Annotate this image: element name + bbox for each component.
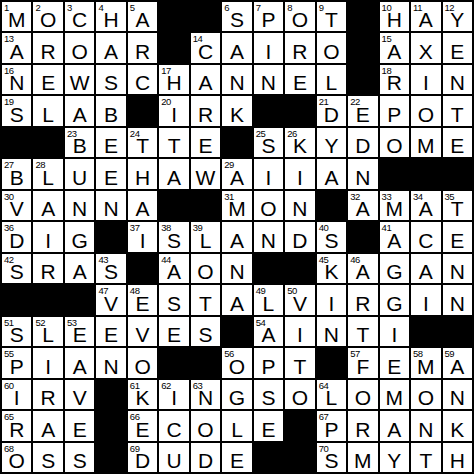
letter-cell[interactable]: 67P xyxy=(317,411,346,440)
letter-cell[interactable]: 18R xyxy=(380,65,409,94)
cell-letter: T xyxy=(443,103,472,126)
letter-cell[interactable]: 69D xyxy=(128,443,157,472)
letter-cell[interactable]: E xyxy=(254,411,283,440)
letter-cell[interactable]: 51S xyxy=(2,317,31,346)
letter-cell[interactable]: I xyxy=(254,159,283,188)
letter-cell[interactable]: A xyxy=(65,96,94,125)
letter-cell[interactable]: R xyxy=(191,96,220,125)
letter-cell[interactable]: I xyxy=(411,285,440,314)
cell-letter: H xyxy=(380,8,409,31)
cell-letter: A xyxy=(128,8,157,31)
letter-cell[interactable]: O xyxy=(380,128,409,157)
letter-cell[interactable]: E xyxy=(443,33,472,62)
letter-cell[interactable]: A xyxy=(128,191,157,220)
letter-cell[interactable]: 2O xyxy=(33,2,62,31)
letter-cell[interactable]: 61K xyxy=(128,380,157,409)
letter-cell[interactable]: 30V xyxy=(2,191,31,220)
cell-letter: N xyxy=(2,71,31,94)
cell-letter: I xyxy=(411,71,440,94)
cell-letter: T xyxy=(348,323,377,346)
cell-letter: E xyxy=(222,449,251,472)
letter-cell[interactable]: 59A xyxy=(443,348,472,377)
cell-letter: O xyxy=(2,449,31,472)
letter-cell[interactable]: 33M xyxy=(380,191,409,220)
letter-cell[interactable]: N xyxy=(222,65,251,94)
letter-cell[interactable]: O xyxy=(128,348,157,377)
letter-cell[interactable]: I xyxy=(33,348,62,377)
black-cell xyxy=(159,33,188,62)
cell-letter: O xyxy=(348,386,377,409)
letter-cell[interactable]: E xyxy=(96,317,125,346)
letter-cell[interactable]: T xyxy=(348,317,377,346)
cell-letter: N xyxy=(191,386,220,409)
black-cell xyxy=(191,2,220,31)
cell-letter: S xyxy=(2,323,31,346)
letter-cell[interactable]: L xyxy=(317,65,346,94)
black-cell xyxy=(348,2,377,31)
cell-letter: L xyxy=(33,166,62,189)
cell-letter: R xyxy=(285,40,314,63)
cell-letter: E xyxy=(96,166,125,189)
letter-cell[interactable]: R xyxy=(33,380,62,409)
letter-cell[interactable]: K xyxy=(222,96,251,125)
letter-cell[interactable]: S xyxy=(254,380,283,409)
letter-cell[interactable]: 24T xyxy=(128,128,157,157)
letter-cell[interactable]: A xyxy=(96,33,125,62)
letter-cell[interactable]: S xyxy=(65,443,94,472)
letter-cell[interactable]: 54A xyxy=(254,317,283,346)
letter-cell[interactable]: 26K xyxy=(285,128,314,157)
letter-cell[interactable]: 8O xyxy=(285,2,314,31)
cell-letter: T xyxy=(317,8,346,31)
letter-cell[interactable]: N xyxy=(254,222,283,251)
letter-cell[interactable]: S xyxy=(33,443,62,472)
cell-letter: E xyxy=(380,355,409,378)
black-cell xyxy=(411,159,440,188)
letter-cell[interactable]: 70S xyxy=(317,443,346,472)
letter-cell[interactable]: N xyxy=(443,254,472,283)
cell-letter: A xyxy=(380,229,409,252)
cell-letter: A xyxy=(33,418,62,441)
cell-letter: E xyxy=(443,134,472,157)
cell-letter: A xyxy=(411,8,440,31)
letter-cell[interactable]: 62I xyxy=(159,380,188,409)
letter-cell[interactable]: N xyxy=(96,191,125,220)
cell-letter: K xyxy=(222,103,251,126)
letter-cell[interactable]: A xyxy=(222,222,251,251)
cell-letter: I xyxy=(33,355,62,378)
letter-cell[interactable]: K xyxy=(443,411,472,440)
cell-letter: A xyxy=(411,197,440,220)
letter-cell[interactable]: 10H xyxy=(380,2,409,31)
letter-cell[interactable]: T xyxy=(159,128,188,157)
letter-cell[interactable]: 7P xyxy=(254,2,283,31)
letter-cell[interactable]: 52L xyxy=(33,317,62,346)
letter-cell[interactable]: 47V xyxy=(96,285,125,314)
letter-cell[interactable]: N xyxy=(348,159,377,188)
cell-letter: E xyxy=(128,418,157,441)
letter-cell[interactable]: C xyxy=(159,411,188,440)
cell-letter: S xyxy=(2,103,31,126)
letter-cell[interactable]: I xyxy=(254,33,283,62)
cell-letter: D xyxy=(128,449,157,472)
letter-cell[interactable]: 13A xyxy=(2,33,31,62)
letter-cell[interactable]: E xyxy=(96,128,125,157)
cell-letter: E xyxy=(96,323,125,346)
letter-cell[interactable]: S xyxy=(159,285,188,314)
letter-cell[interactable]: W xyxy=(65,65,94,94)
letter-cell[interactable]: V xyxy=(65,380,94,409)
letter-cell[interactable]: D xyxy=(285,222,314,251)
letter-cell[interactable]: 17H xyxy=(159,65,188,94)
letter-cell[interactable]: A xyxy=(33,191,62,220)
letter-cell[interactable]: 28L xyxy=(33,159,62,188)
cell-letter: S xyxy=(96,71,125,94)
cell-letter: A xyxy=(222,166,251,189)
cell-letter: O xyxy=(222,355,251,378)
letter-cell[interactable]: E xyxy=(222,443,251,472)
letter-cell[interactable]: N xyxy=(443,65,472,94)
cell-letter: O xyxy=(65,40,94,63)
cell-letter: A xyxy=(222,292,251,315)
cell-letter: S xyxy=(159,229,188,252)
letter-cell[interactable]: E xyxy=(380,348,409,377)
letter-cell[interactable]: O xyxy=(285,380,314,409)
cell-letter: O xyxy=(254,197,283,220)
cell-letter: O xyxy=(411,103,440,126)
cell-letter: E xyxy=(191,134,220,157)
letter-cell[interactable]: 19S xyxy=(2,96,31,125)
cell-letter: S xyxy=(33,449,62,472)
letter-cell[interactable]: 4H xyxy=(96,2,125,31)
letter-cell[interactable]: P xyxy=(254,348,283,377)
letter-cell[interactable]: 40S xyxy=(317,222,346,251)
black-cell xyxy=(254,443,283,472)
cell-letter: A xyxy=(348,260,377,283)
letter-cell[interactable]: 22E xyxy=(348,96,377,125)
cell-letter: P xyxy=(380,103,409,126)
letter-cell[interactable]: 41A xyxy=(380,222,409,251)
cell-letter: M xyxy=(222,197,251,220)
cell-letter: L xyxy=(222,418,251,441)
letter-cell[interactable]: N xyxy=(285,191,314,220)
letter-cell[interactable]: 35T xyxy=(443,191,472,220)
letter-cell[interactable]: 21D xyxy=(317,96,346,125)
cell-letter: I xyxy=(380,323,409,346)
letter-cell[interactable]: R xyxy=(33,254,62,283)
letter-cell[interactable]: 12Y xyxy=(443,2,472,31)
cell-letter: N xyxy=(65,197,94,220)
letter-cell[interactable]: M xyxy=(348,443,377,472)
letter-cell[interactable]: O xyxy=(411,380,440,409)
letter-cell[interactable]: B xyxy=(96,96,125,125)
letter-cell[interactable]: G xyxy=(65,222,94,251)
cell-letter: R xyxy=(348,418,377,441)
letter-cell[interactable]: V xyxy=(128,317,157,346)
letter-cell[interactable]: 6S xyxy=(222,2,251,31)
letter-cell[interactable]: 9T xyxy=(317,2,346,31)
cell-letter: I xyxy=(285,166,314,189)
cell-letter: I xyxy=(33,229,62,252)
letter-cell[interactable]: W xyxy=(191,159,220,188)
letter-cell[interactable]: 38S xyxy=(159,222,188,251)
letter-cell[interactable]: G xyxy=(222,380,251,409)
letter-cell[interactable]: 3C xyxy=(65,2,94,31)
letter-cell[interactable]: 46A xyxy=(348,254,377,283)
black-cell xyxy=(380,159,409,188)
cell-letter: B xyxy=(65,134,94,157)
cell-letter: A xyxy=(65,355,94,378)
letter-cell[interactable]: A xyxy=(65,254,94,283)
cell-letter: N xyxy=(254,229,283,252)
letter-cell[interactable]: A xyxy=(222,285,251,314)
letter-cell[interactable]: R xyxy=(285,33,314,62)
letter-cell[interactable]: O xyxy=(191,411,220,440)
letter-cell[interactable]: 25S xyxy=(254,128,283,157)
letter-cell[interactable]: A xyxy=(317,159,346,188)
cell-letter: F xyxy=(348,355,377,378)
letter-cell[interactable]: O xyxy=(65,33,94,62)
letter-cell[interactable]: A xyxy=(411,254,440,283)
letter-cell[interactable]: 68O xyxy=(2,443,31,472)
letter-cell[interactable]: S xyxy=(96,65,125,94)
black-cell xyxy=(222,317,251,346)
letter-cell[interactable]: I xyxy=(317,285,346,314)
letter-cell[interactable]: 63N xyxy=(191,380,220,409)
letter-cell[interactable]: E xyxy=(33,65,62,94)
letter-cell[interactable]: A xyxy=(65,348,94,377)
letter-cell[interactable]: S xyxy=(191,317,220,346)
letter-cell[interactable]: O xyxy=(317,33,346,62)
letter-cell[interactable]: 37I xyxy=(128,222,157,251)
letter-cell[interactable]: 45K xyxy=(317,254,346,283)
black-cell xyxy=(254,96,283,125)
letter-cell[interactable]: 50V xyxy=(285,285,314,314)
letter-cell[interactable]: N xyxy=(65,191,94,220)
black-cell xyxy=(2,128,31,157)
letter-cell[interactable]: I xyxy=(285,317,314,346)
letter-cell[interactable]: Y xyxy=(317,128,346,157)
letter-cell[interactable]: I xyxy=(380,317,409,346)
letter-cell[interactable]: T xyxy=(411,443,440,472)
letter-cell[interactable]: T xyxy=(191,285,220,314)
letter-cell[interactable]: 15A xyxy=(380,33,409,62)
letter-cell[interactable]: 53E xyxy=(65,317,94,346)
letter-cell[interactable]: 1M xyxy=(2,2,31,31)
letter-cell[interactable]: L xyxy=(222,411,251,440)
cell-letter: V xyxy=(2,197,31,220)
letter-cell[interactable]: 44A xyxy=(159,254,188,283)
letter-cell[interactable]: T xyxy=(285,348,314,377)
black-cell xyxy=(33,285,62,314)
letter-cell[interactable]: N xyxy=(254,65,283,94)
cell-letter: D xyxy=(317,103,346,126)
cell-letter: A xyxy=(348,197,377,220)
letter-cell[interactable]: 39L xyxy=(191,222,220,251)
black-cell xyxy=(317,191,346,220)
letter-cell[interactable]: 16N xyxy=(2,65,31,94)
letter-cell[interactable]: H xyxy=(443,443,472,472)
letter-cell[interactable]: 55P xyxy=(2,348,31,377)
letter-cell[interactable]: A xyxy=(191,65,220,94)
cell-letter: Y xyxy=(380,449,409,472)
letter-cell[interactable]: N xyxy=(96,348,125,377)
letter-cell[interactable]: G xyxy=(380,254,409,283)
cell-letter: R xyxy=(2,418,31,441)
cell-letter: H xyxy=(443,449,472,472)
letter-cell[interactable]: 56O xyxy=(222,348,251,377)
cell-letter: N xyxy=(317,323,346,346)
letter-cell[interactable]: M xyxy=(411,128,440,157)
letter-cell[interactable]: 14C xyxy=(191,33,220,62)
letter-cell[interactable]: N xyxy=(443,380,472,409)
letter-cell[interactable]: C xyxy=(128,65,157,94)
letter-cell[interactable]: 11A xyxy=(411,2,440,31)
cell-letter: N xyxy=(96,355,125,378)
black-cell xyxy=(159,348,188,377)
letter-cell[interactable]: 60I xyxy=(2,380,31,409)
letter-cell[interactable]: H xyxy=(128,159,157,188)
letter-cell[interactable]: O xyxy=(254,191,283,220)
letter-cell[interactable]: D xyxy=(191,443,220,472)
letter-cell[interactable]: O xyxy=(348,380,377,409)
cell-letter: Y xyxy=(317,134,346,157)
letter-cell[interactable]: 49L xyxy=(254,285,283,314)
letter-cell[interactable]: T xyxy=(443,96,472,125)
letter-cell[interactable]: 57F xyxy=(348,348,377,377)
letter-cell[interactable]: D xyxy=(348,128,377,157)
cell-letter: A xyxy=(159,260,188,283)
cell-letter: T xyxy=(128,134,157,157)
cell-letter: I xyxy=(159,386,188,409)
letter-cell[interactable]: G xyxy=(380,285,409,314)
letter-cell[interactable]: 65R xyxy=(2,411,31,440)
letter-cell[interactable]: R xyxy=(348,411,377,440)
letter-cell[interactable]: N xyxy=(411,411,440,440)
cell-letter: P xyxy=(2,355,31,378)
letter-cell[interactable]: U xyxy=(65,159,94,188)
letter-cell[interactable]: I xyxy=(285,159,314,188)
letter-cell[interactable]: 23B xyxy=(65,128,94,157)
cell-letter: E xyxy=(254,418,283,441)
letter-cell[interactable]: 43S xyxy=(96,254,125,283)
cell-letter: L xyxy=(33,323,62,346)
cell-letter: S xyxy=(191,323,220,346)
letter-cell[interactable]: E xyxy=(285,65,314,94)
letter-cell[interactable]: N xyxy=(222,254,251,283)
black-cell xyxy=(285,254,314,283)
letter-cell[interactable]: U xyxy=(159,443,188,472)
letter-cell[interactable]: 34A xyxy=(411,191,440,220)
letter-cell[interactable]: A xyxy=(222,33,251,62)
letter-cell[interactable]: N xyxy=(443,285,472,314)
letter-cell[interactable]: E xyxy=(443,128,472,157)
cell-letter: G xyxy=(380,260,409,283)
letter-cell[interactable]: C xyxy=(411,222,440,251)
black-cell xyxy=(285,443,314,472)
cell-letter: O xyxy=(191,260,220,283)
cell-letter: E xyxy=(65,323,94,346)
letter-cell[interactable]: X xyxy=(411,33,440,62)
cell-letter: L xyxy=(254,292,283,315)
black-cell xyxy=(128,96,157,125)
letter-cell[interactable]: R xyxy=(348,285,377,314)
letter-cell[interactable]: 36D xyxy=(2,222,31,251)
letter-cell[interactable]: A xyxy=(380,411,409,440)
letter-cell[interactable]: E xyxy=(96,159,125,188)
cell-letter: M xyxy=(2,8,31,31)
letter-cell[interactable]: E xyxy=(65,411,94,440)
letter-cell[interactable]: 66E xyxy=(128,411,157,440)
letter-cell[interactable]: 27B xyxy=(2,159,31,188)
letter-cell[interactable]: 42S xyxy=(2,254,31,283)
letter-cell[interactable]: O xyxy=(191,254,220,283)
letter-cell[interactable]: R xyxy=(128,33,157,62)
cell-letter: T xyxy=(443,197,472,220)
letter-cell[interactable]: 58M xyxy=(411,348,440,377)
letter-cell[interactable]: E xyxy=(159,317,188,346)
cell-letter: P xyxy=(317,418,346,441)
cell-letter: N xyxy=(222,71,251,94)
letter-cell[interactable]: 48E xyxy=(128,285,157,314)
letter-cell[interactable]: L xyxy=(33,96,62,125)
cell-letter: R xyxy=(191,103,220,126)
cell-letter: A xyxy=(2,40,31,63)
cell-letter: T xyxy=(285,355,314,378)
cell-letter: N xyxy=(254,71,283,94)
letter-cell[interactable]: P xyxy=(380,96,409,125)
letter-cell[interactable]: R xyxy=(33,33,62,62)
letter-cell[interactable]: O xyxy=(411,96,440,125)
letter-cell[interactable]: N xyxy=(317,317,346,346)
black-cell xyxy=(191,348,220,377)
letter-cell[interactable]: I xyxy=(33,222,62,251)
letter-cell[interactable]: 64L xyxy=(317,380,346,409)
black-cell xyxy=(2,285,31,314)
letter-cell[interactable]: 29A xyxy=(222,159,251,188)
cell-letter: W xyxy=(65,71,94,94)
letter-cell[interactable]: A xyxy=(159,159,188,188)
letter-cell[interactable]: 31M xyxy=(222,191,251,220)
letter-cell[interactable]: 5A xyxy=(128,2,157,31)
cell-letter: A xyxy=(222,229,251,252)
crossword-board: 1M2O3C4H5A6S7P8O9T10H11A12Y13AROAR14CAIR… xyxy=(0,0,474,474)
cell-letter: A xyxy=(222,40,251,63)
cell-letter: L xyxy=(317,71,346,94)
letter-cell[interactable]: 32A xyxy=(348,191,377,220)
cell-letter: O xyxy=(411,386,440,409)
cell-letter: I xyxy=(254,40,283,63)
black-cell xyxy=(159,191,188,220)
black-cell xyxy=(348,65,377,94)
cell-letter: U xyxy=(159,449,188,472)
black-cell xyxy=(128,254,157,283)
letter-cell[interactable]: I xyxy=(411,65,440,94)
letter-cell[interactable]: E xyxy=(191,128,220,157)
letter-cell[interactable]: M xyxy=(380,380,409,409)
cell-letter: O xyxy=(33,8,62,31)
letter-cell[interactable]: E xyxy=(443,222,472,251)
letter-cell[interactable]: Y xyxy=(380,443,409,472)
cell-letter: N xyxy=(348,166,377,189)
letter-cell[interactable]: A xyxy=(33,411,62,440)
cell-letter: G xyxy=(380,292,409,315)
letter-cell[interactable]: 20I xyxy=(159,96,188,125)
cell-letter: S xyxy=(65,449,94,472)
black-cell xyxy=(348,33,377,62)
black-cell xyxy=(317,348,346,377)
cell-letter: A xyxy=(33,197,62,220)
